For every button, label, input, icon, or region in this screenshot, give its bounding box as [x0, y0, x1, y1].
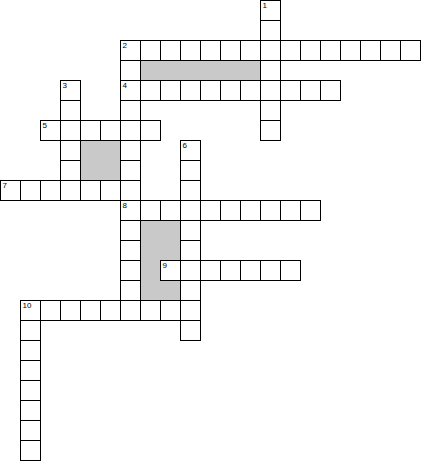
crossword-cell[interactable]	[260, 80, 281, 101]
crossword-cell[interactable]	[120, 160, 141, 181]
crossword-cell[interactable]	[220, 80, 241, 101]
crossword-cell[interactable]	[220, 200, 241, 221]
crossword-cell[interactable]	[140, 40, 161, 61]
crossword-cell[interactable]	[260, 20, 281, 41]
shaded-block	[160, 220, 181, 241]
crossword-cell[interactable]	[200, 80, 221, 101]
crossword-cell[interactable]	[220, 260, 241, 281]
crossword-cell[interactable]: 7	[0, 180, 21, 201]
shaded-block	[140, 240, 161, 261]
clue-number: 4	[123, 81, 127, 90]
shaded-block	[200, 60, 221, 81]
crossword-cell[interactable]	[60, 120, 81, 141]
crossword-page: 12345678910	[0, 0, 421, 461]
crossword-cell[interactable]	[120, 100, 141, 121]
crossword-cell[interactable]	[180, 280, 201, 301]
crossword-cell[interactable]	[240, 80, 261, 101]
shaded-block	[140, 280, 161, 301]
crossword-cell[interactable]	[80, 300, 101, 321]
crossword-cell[interactable]	[300, 200, 321, 221]
crossword-cell[interactable]: 5	[40, 120, 61, 141]
crossword-cell[interactable]	[60, 180, 81, 201]
crossword-cell[interactable]: 10	[20, 300, 41, 321]
shaded-block	[100, 160, 121, 181]
crossword-cell[interactable]	[120, 140, 141, 161]
crossword-cell[interactable]	[180, 300, 201, 321]
crossword-cell[interactable]	[80, 180, 101, 201]
clue-number: 1	[263, 1, 267, 10]
crossword-cell[interactable]	[180, 180, 201, 201]
crossword-cell[interactable]	[180, 160, 201, 181]
crossword-cell[interactable]: 6	[180, 140, 201, 161]
crossword-cell[interactable]	[60, 160, 81, 181]
shaded-block	[160, 240, 181, 261]
crossword-cell[interactable]	[180, 80, 201, 101]
clue-number: 7	[3, 181, 7, 190]
clue-number: 9	[163, 261, 167, 270]
crossword-board: 12345678910	[0, 0, 420, 460]
crossword-cell[interactable]	[260, 200, 281, 221]
crossword-cell[interactable]	[120, 260, 141, 281]
shaded-block	[100, 140, 121, 161]
crossword-cell[interactable]	[80, 120, 101, 141]
clue-number: 10	[23, 301, 32, 310]
crossword-cell[interactable]	[240, 200, 261, 221]
crossword-cell[interactable]	[300, 80, 321, 101]
crossword-cell[interactable]	[140, 80, 161, 101]
crossword-cell[interactable]	[280, 40, 301, 61]
crossword-cell[interactable]	[280, 80, 301, 101]
crossword-cell[interactable]	[260, 60, 281, 81]
crossword-cell[interactable]	[160, 80, 181, 101]
clue-number: 8	[123, 201, 127, 210]
crossword-cell[interactable]	[140, 300, 161, 321]
crossword-cell[interactable]	[60, 140, 81, 161]
crossword-cell[interactable]	[320, 80, 341, 101]
crossword-cell[interactable]	[120, 180, 141, 201]
crossword-cell[interactable]	[180, 40, 201, 61]
crossword-cell[interactable]	[100, 120, 121, 141]
crossword-cell[interactable]	[60, 300, 81, 321]
crossword-cell[interactable]	[380, 40, 401, 61]
crossword-cell[interactable]	[20, 420, 41, 441]
crossword-cell[interactable]	[160, 40, 181, 61]
crossword-cell[interactable]	[20, 440, 41, 461]
crossword-cell[interactable]	[200, 260, 221, 281]
shaded-block	[160, 60, 181, 81]
clue-number: 6	[183, 141, 187, 150]
crossword-cell[interactable]	[120, 240, 141, 261]
crossword-cell[interactable]: 4	[120, 80, 141, 101]
crossword-cell[interactable]	[120, 280, 141, 301]
crossword-cell[interactable]	[20, 380, 41, 401]
crossword-cell[interactable]	[260, 120, 281, 141]
crossword-cell[interactable]	[200, 200, 221, 221]
crossword-cell[interactable]	[40, 180, 61, 201]
crossword-cell[interactable]	[20, 340, 41, 361]
crossword-cell[interactable]	[160, 200, 181, 221]
crossword-cell[interactable]: 2	[120, 40, 141, 61]
crossword-cell[interactable]	[140, 200, 161, 221]
crossword-cell[interactable]	[120, 220, 141, 241]
crossword-cell[interactable]	[260, 40, 281, 61]
crossword-cell[interactable]	[180, 200, 201, 221]
crossword-cell[interactable]	[280, 200, 301, 221]
crossword-cell[interactable]	[180, 260, 201, 281]
crossword-cell[interactable]	[180, 240, 201, 261]
crossword-cell[interactable]	[120, 60, 141, 81]
crossword-cell[interactable]	[100, 180, 121, 201]
crossword-cell[interactable]	[300, 40, 321, 61]
crossword-cell[interactable]: 3	[60, 80, 81, 101]
crossword-cell[interactable]	[20, 320, 41, 341]
shaded-block	[220, 60, 241, 81]
crossword-cell[interactable]: 9	[160, 260, 181, 281]
crossword-cell[interactable]	[240, 260, 261, 281]
shaded-block	[140, 260, 161, 281]
crossword-cell[interactable]: 1	[260, 0, 281, 21]
crossword-cell[interactable]	[200, 40, 221, 61]
crossword-cell[interactable]	[320, 40, 341, 61]
crossword-cell[interactable]	[40, 300, 61, 321]
crossword-cell[interactable]	[400, 40, 421, 61]
clue-number: 3	[63, 81, 67, 90]
clue-number: 2	[123, 41, 127, 50]
crossword-cell[interactable]	[360, 40, 381, 61]
crossword-cell[interactable]	[180, 220, 201, 241]
crossword-cell[interactable]	[140, 120, 161, 141]
shaded-block	[240, 60, 261, 81]
crossword-cell[interactable]	[240, 40, 261, 61]
shaded-block	[80, 160, 101, 181]
crossword-cell[interactable]	[340, 40, 361, 61]
clue-number: 5	[43, 121, 47, 130]
crossword-cell[interactable]: 8	[120, 200, 141, 221]
crossword-cell[interactable]	[60, 100, 81, 121]
shaded-block	[180, 60, 201, 81]
crossword-cell[interactable]	[260, 260, 281, 281]
shaded-block	[140, 60, 161, 81]
crossword-cell[interactable]	[160, 300, 181, 321]
crossword-cell[interactable]	[100, 300, 121, 321]
crossword-cell[interactable]	[220, 40, 241, 61]
crossword-cell[interactable]	[120, 300, 141, 321]
crossword-cell[interactable]	[20, 360, 41, 381]
crossword-cell[interactable]	[20, 400, 41, 421]
crossword-cell[interactable]	[20, 180, 41, 201]
shaded-block	[80, 140, 101, 161]
crossword-cell[interactable]	[260, 100, 281, 121]
shaded-block	[140, 220, 161, 241]
shaded-block	[160, 280, 181, 301]
crossword-cell[interactable]	[180, 320, 201, 341]
crossword-cell[interactable]	[120, 120, 141, 141]
crossword-cell[interactable]	[280, 260, 301, 281]
